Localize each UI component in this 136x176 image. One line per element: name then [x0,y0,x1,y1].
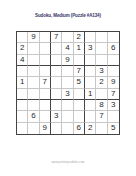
cell-r1c4[interactable]: 7 [51,32,62,43]
cell-r9c2[interactable] [28,123,39,134]
cell-r9c5[interactable] [62,123,73,134]
cell-r8c2[interactable]: 6 [28,111,39,122]
cell-r7c7[interactable] [85,100,96,111]
cell-r3c6[interactable] [74,55,85,66]
cell-r3c4[interactable] [51,55,62,66]
cell-r6c8[interactable] [96,89,107,100]
cell-r2c2[interactable] [28,43,39,54]
cell-r8c5[interactable] [62,111,73,122]
cell-r1c7[interactable] [85,32,96,43]
cell-r9c6[interactable]: 6 [74,123,85,134]
cell-r1c2[interactable]: 9 [28,32,39,43]
cell-r3c1[interactable]: 4 [17,55,28,66]
cell-r1c5[interactable] [62,32,73,43]
cell-r6c4[interactable] [51,89,62,100]
cell-r9c3[interactable]: 9 [40,123,51,134]
cell-r8c9[interactable] [108,111,119,122]
cell-r7c2[interactable] [28,100,39,111]
cell-r3c2[interactable] [28,55,39,66]
cell-r9c9[interactable]: 5 [108,123,119,134]
cell-r9c8[interactable] [96,123,107,134]
cell-r3c7[interactable] [85,55,96,66]
cell-r5c8[interactable]: 2 [96,77,107,88]
cell-r1c1[interactable] [17,32,28,43]
cell-r3c8[interactable] [96,55,107,66]
cell-r6c5[interactable]: 3 [62,89,73,100]
cell-r4c5[interactable] [62,66,73,77]
cell-r2c9[interactable]: 6 [108,43,119,54]
cell-r7c8[interactable]: 8 [96,100,107,111]
cell-r5c4[interactable] [51,77,62,88]
cell-r4c2[interactable] [28,66,39,77]
cell-r5c3[interactable]: 7 [40,77,51,88]
cell-r4c7[interactable] [85,66,96,77]
cell-r4c3[interactable] [40,66,51,77]
cell-r3c9[interactable] [108,55,119,66]
cell-r4c8[interactable]: 3 [96,66,107,77]
cell-r7c4[interactable] [51,100,62,111]
cell-r2c1[interactable]: 2 [17,43,28,54]
cell-r8c7[interactable] [85,111,96,122]
cell-r3c5[interactable]: 9 [62,55,73,66]
cell-r6c2[interactable] [28,89,39,100]
cell-r4c4[interactable] [51,66,62,77]
cell-r9c7[interactable]: 2 [85,123,96,134]
cell-r6c1[interactable] [17,89,28,100]
cell-r7c3[interactable] [40,100,51,111]
cell-r7c5[interactable] [62,100,73,111]
cell-r7c6[interactable] [74,100,85,111]
cell-r6c3[interactable] [40,89,51,100]
cell-r2c6[interactable]: 1 [74,43,85,54]
cell-r8c8[interactable]: 7 [96,111,107,122]
cell-r2c8[interactable] [96,43,107,54]
cell-r7c1[interactable] [17,100,28,111]
cell-r5c7[interactable] [85,77,96,88]
cell-r7c9[interactable]: 3 [108,100,119,111]
cell-r1c8[interactable] [96,32,107,43]
cell-r9c1[interactable] [17,123,28,134]
cell-r5c6[interactable]: 5 [74,77,85,88]
cell-r2c3[interactable] [40,43,51,54]
cell-r8c4[interactable]: 3 [51,111,62,122]
cell-r5c5[interactable] [62,77,73,88]
sudoku-grid: 97224136497317529317836379625 [16,31,120,135]
cell-r2c7[interactable]: 3 [85,43,96,54]
cell-r4c9[interactable] [108,66,119,77]
cell-r3c3[interactable] [40,55,51,66]
cell-r1c6[interactable]: 2 [74,32,85,43]
cell-r8c6[interactable] [74,111,85,122]
cell-r9c4[interactable] [51,123,62,134]
cell-r5c1[interactable]: 1 [17,77,28,88]
cell-r1c9[interactable] [108,32,119,43]
cell-r8c3[interactable] [40,111,51,122]
footer-url: www.printmysudoku.com [0,160,136,164]
cell-r6c6[interactable] [74,89,85,100]
cell-r6c9[interactable]: 7 [108,89,119,100]
cell-r8c1[interactable] [17,111,28,122]
cell-r4c1[interactable] [17,66,28,77]
cell-r2c4[interactable] [51,43,62,54]
cell-r5c9[interactable]: 9 [108,77,119,88]
cell-r1c3[interactable] [40,32,51,43]
cell-r6c7[interactable]: 1 [85,89,96,100]
cell-r4c6[interactable]: 7 [74,66,85,77]
cell-r5c2[interactable] [28,77,39,88]
page-title: Sudoku, Medium (Puzzle #A134) [0,13,136,19]
sudoku-page: Sudoku, Medium (Puzzle #A134) 9722413649… [0,0,136,176]
cell-r2c5[interactable]: 4 [62,43,73,54]
